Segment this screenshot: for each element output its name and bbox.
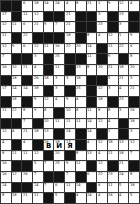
cell-number: 21	[23, 65, 28, 69]
cell-r12c13[interactable]: 18	[129, 119, 139, 129]
cell-number: 21	[87, 1, 92, 5]
cell-r15c12[interactable]: 18	[119, 151, 129, 161]
cell-r14c11[interactable]: 18	[108, 140, 118, 150]
cell-r7c6[interactable]: 11	[54, 65, 64, 75]
cell-r2c7[interactable]: 21	[65, 12, 75, 22]
cell-r18c10[interactable]: 6	[97, 183, 107, 193]
cell-r14c3[interactable]: 4	[22, 140, 32, 150]
cell-r7c11[interactable]: 21	[108, 65, 118, 75]
cell-r3c2[interactable]: 11	[12, 22, 22, 32]
cell-r10c10[interactable]: 18	[97, 97, 107, 107]
cell-r3c4[interactable]: 21	[33, 22, 43, 32]
cell-number: 5	[34, 161, 36, 165]
cell-r17c9[interactable]: 6	[87, 172, 97, 182]
cell-r5c7[interactable]: 22	[65, 44, 75, 54]
cell-number: 13	[87, 151, 92, 155]
cell-r8c4[interactable]: 26	[33, 76, 43, 86]
cell-number: 12	[34, 12, 39, 16]
cell-r19c1[interactable]: 8	[1, 193, 11, 203]
cell-r1c9[interactable]: 21	[87, 1, 97, 11]
cell-number: 26	[130, 108, 135, 112]
cell-number: 21	[44, 44, 49, 48]
cell-number: 18	[12, 76, 17, 80]
cell-number: 14	[87, 119, 92, 123]
cell-r19c13[interactable]: 5	[129, 193, 139, 203]
black-cell-r6c2	[12, 54, 22, 64]
cell-r6c9[interactable]: 11	[87, 54, 97, 64]
cell-r6c1[interactable]: 7	[1, 54, 11, 64]
cell-r18c12[interactable]: 5	[119, 183, 129, 193]
cell-r9c1[interactable]: 17	[1, 86, 11, 96]
black-cell-r2c5	[44, 12, 54, 22]
cell-number: 26	[108, 193, 113, 197]
cell-number: 22	[23, 33, 28, 37]
cell-r4c1[interactable]: 11	[1, 33, 11, 43]
cell-r1c11[interactable]: 9	[108, 1, 118, 11]
cell-r16c12[interactable]: 21	[119, 161, 129, 171]
black-cell-r2c11	[108, 12, 118, 22]
cell-number: 4	[76, 97, 78, 101]
cell-r7c2[interactable]: 10	[12, 65, 22, 75]
cell-r11c13[interactable]: 26	[129, 108, 139, 118]
cell-r14c1[interactable]: 4	[1, 140, 11, 150]
cell-number: 21	[23, 129, 28, 133]
cell-r7c13[interactable]: 20	[129, 65, 139, 75]
black-cell-r14c4	[33, 140, 43, 150]
cell-r13c1[interactable]: 12	[1, 129, 11, 139]
cell-r18c6[interactable]: 6	[54, 183, 64, 193]
cell-r9c11[interactable]: 3	[108, 86, 118, 96]
cell-r2c3[interactable]: 11	[22, 12, 32, 22]
cell-number: 8	[44, 108, 46, 112]
cell-r15c8[interactable]: 8	[76, 151, 86, 161]
cell-r15c10[interactable]: 4	[97, 151, 107, 161]
cell-r11c4[interactable]: 9	[33, 108, 43, 118]
cell-number: 11	[23, 151, 28, 155]
cell-r8c11[interactable]: 5	[108, 76, 118, 86]
cell-r9c13[interactable]: 21	[129, 86, 139, 96]
cell-r13c7[interactable]: 24	[65, 129, 75, 139]
cell-r11c5[interactable]: 8	[44, 108, 54, 118]
cell-r18c13[interactable]: 18	[129, 183, 139, 193]
cell-r16c8[interactable]: 11	[76, 161, 86, 171]
cell-number: 4	[66, 1, 68, 5]
black-cell-r6c12	[119, 54, 129, 64]
cell-number: 9	[44, 22, 46, 26]
cell-r3c1[interactable]: 12	[1, 22, 11, 32]
cell-number: 18	[44, 76, 49, 80]
cell-number: 3	[66, 76, 68, 80]
cell-r14c13[interactable]: 12	[129, 140, 139, 150]
cell-r7c4[interactable]: 4	[33, 65, 43, 75]
cell-number: 4	[130, 1, 132, 5]
cell-number: 22	[66, 44, 71, 48]
cell-r5c13[interactable]: 6	[129, 44, 139, 54]
cell-r4c11[interactable]: 12	[108, 33, 118, 43]
cell-number: 9	[34, 108, 36, 112]
cell-r15c6[interactable]: 20	[54, 151, 64, 161]
black-cell-r16c2	[12, 161, 22, 171]
cell-number: 18	[108, 140, 113, 144]
black-cell-r2c9	[87, 12, 97, 22]
given-letter: И	[54, 140, 64, 150]
cell-number: 8	[108, 108, 110, 112]
cell-r2c4[interactable]: 12	[33, 12, 43, 22]
black-cell-r3c11	[108, 22, 118, 32]
black-cell-r10c1	[1, 97, 11, 107]
cell-r5c11[interactable]: 11	[108, 44, 118, 54]
cell-r17c12[interactable]: 24	[119, 172, 129, 182]
cell-r9c6[interactable]: 3	[54, 86, 64, 96]
cell-r14c6[interactable]: 18И	[54, 140, 64, 150]
black-cell-r12c12	[119, 119, 129, 129]
cell-r10c8[interactable]: 4	[76, 97, 86, 107]
cell-r17c7[interactable]: 7	[65, 172, 75, 182]
cell-number: 3	[98, 12, 100, 16]
cell-r3c10[interactable]: 23	[97, 22, 107, 32]
cell-r4c10[interactable]: 4	[97, 33, 107, 43]
cell-r17c10[interactable]: 22	[97, 172, 107, 182]
cell-r7c8[interactable]: 13	[76, 65, 86, 75]
cell-number: 24	[119, 172, 124, 176]
cell-number: 11	[2, 33, 7, 37]
cell-r14c7[interactable]: 13Я	[65, 140, 75, 150]
cell-number: 8	[87, 65, 89, 69]
cell-r13c13[interactable]: 3	[129, 129, 139, 139]
cell-number: 12	[98, 161, 103, 165]
cell-number: 25	[55, 54, 60, 58]
cell-r19c2[interactable]: 18	[12, 193, 22, 203]
cell-number: 6	[98, 183, 100, 187]
cell-r6c6[interactable]: 25	[54, 54, 64, 64]
cell-r5c9[interactable]: 14	[87, 44, 97, 54]
cell-number: 12	[2, 129, 7, 133]
cell-number: 18	[119, 151, 124, 155]
cell-r7c3[interactable]: 21	[22, 65, 32, 75]
cell-r19c4[interactable]: 11	[33, 193, 43, 203]
cell-r9c4[interactable]: 18	[33, 86, 43, 96]
cell-r17c13[interactable]: 8	[129, 172, 139, 182]
cell-r5c3[interactable]: 6	[22, 44, 32, 54]
cell-number: 8	[76, 108, 78, 112]
cell-number: 21	[34, 22, 39, 26]
black-cell-r13c8	[76, 129, 86, 139]
cell-number: 14	[23, 86, 28, 90]
cell-number: 8	[130, 172, 132, 176]
cell-r7c1[interactable]: 16	[1, 65, 11, 75]
cell-r2c12[interactable]: 23	[119, 12, 129, 22]
cell-r2c10[interactable]: 3	[97, 12, 107, 22]
black-cell-r9c5	[44, 86, 54, 96]
black-cell-r12c4	[33, 119, 43, 129]
cell-r1c7[interactable]: 4	[65, 1, 75, 11]
cell-number: 11	[34, 193, 39, 197]
cell-r4c7[interactable]: 18	[65, 33, 75, 43]
cell-number: 5	[119, 183, 121, 187]
cell-number: 20	[130, 65, 135, 69]
cell-r18c4[interactable]: 24	[33, 183, 43, 193]
black-cell-r19c7	[65, 193, 75, 203]
cell-r9c2[interactable]: 14	[12, 86, 22, 96]
black-cell-r6c5	[44, 54, 54, 64]
cell-r14c10[interactable]: 12	[97, 140, 107, 150]
cell-r11c2[interactable]: 22	[12, 108, 22, 118]
cell-r15c13[interactable]: 7	[129, 151, 139, 161]
cell-number: 7	[44, 183, 46, 187]
cell-r13c5[interactable]: 13	[44, 129, 54, 139]
cell-r10c2[interactable]: 18	[12, 97, 22, 107]
cell-r10c4[interactable]: 9	[33, 97, 43, 107]
cell-number: 20	[55, 151, 60, 155]
cell-r12c8[interactable]: 11	[76, 119, 86, 129]
cell-r4c13[interactable]: 9	[129, 33, 139, 43]
cell-r10c5[interactable]: 12	[44, 97, 54, 107]
cell-r19c6[interactable]: 5	[54, 193, 64, 203]
cell-r11c11[interactable]: 8	[108, 108, 118, 118]
black-cell-r3c8	[76, 22, 86, 32]
cell-r12c9[interactable]: 14	[87, 119, 97, 129]
black-cell-r10c3	[22, 97, 32, 107]
cell-number: 25	[55, 161, 60, 165]
cell-number: 18	[12, 97, 17, 101]
cell-r10c6[interactable]: 4	[54, 97, 64, 107]
cell-number: 18	[76, 76, 81, 80]
cell-r19c10[interactable]: 4	[97, 193, 107, 203]
cell-r5c12[interactable]: 22	[119, 44, 129, 54]
cell-number: 4	[119, 193, 121, 197]
cell-r11c1[interactable]: 11	[1, 108, 11, 118]
cell-r14c9[interactable]: 4	[87, 140, 97, 150]
black-cell-r8c3	[22, 76, 32, 86]
cell-r8c6[interactable]: 3	[54, 76, 64, 86]
cell-r8c12[interactable]: 21	[119, 76, 129, 86]
cell-number: 11	[108, 44, 113, 48]
cell-number: 21	[23, 193, 28, 197]
cell-number: 8	[2, 193, 4, 197]
cell-r3c7[interactable]: 21	[65, 22, 75, 32]
cell-r14c12[interactable]: 13	[119, 140, 129, 150]
cell-r1c5[interactable]: 14	[44, 1, 54, 11]
black-cell-r6c3	[22, 54, 32, 64]
cell-r6c4[interactable]: 3	[33, 54, 43, 64]
cell-number: 11	[2, 108, 7, 112]
cell-number: 21	[66, 22, 71, 26]
cell-r4c9[interactable]: 8	[87, 33, 97, 43]
cell-r3c12[interactable]: 3	[119, 22, 129, 32]
cell-r12c3[interactable]: 7	[22, 119, 32, 129]
cell-r5c8[interactable]: 20	[76, 44, 86, 54]
cell-r8c13[interactable]: 3	[129, 76, 139, 86]
black-cell-r4c8	[76, 33, 86, 43]
cell-number: 22	[98, 172, 103, 176]
cell-r14c5[interactable]: 26В	[44, 140, 54, 150]
cell-r12c7[interactable]: 21	[65, 119, 75, 129]
cell-number: 4	[34, 65, 36, 69]
cell-r11c12[interactable]: 3	[119, 108, 129, 118]
cell-number: 4	[12, 129, 14, 133]
cell-number: 22	[34, 44, 39, 48]
cell-r12c6[interactable]: 11	[54, 119, 64, 129]
cell-r11c7[interactable]: 10	[65, 108, 75, 118]
cell-number: 14	[12, 86, 17, 90]
cell-number: 18	[98, 97, 103, 101]
cell-r10c7[interactable]: 9	[65, 97, 75, 107]
cell-r3c6[interactable]: 7	[54, 22, 64, 32]
cell-r15c9[interactable]: 13	[87, 151, 97, 161]
cell-r15c4[interactable]: 12	[33, 151, 43, 161]
black-cell-r15c7	[65, 151, 75, 161]
cell-r19c12[interactable]: 4	[119, 193, 129, 203]
cell-r5c6[interactable]: 16	[54, 44, 64, 54]
cell-r13c4[interactable]: 18	[33, 129, 43, 139]
cell-number: 17	[2, 12, 7, 16]
cell-r7c9[interactable]: 8	[87, 65, 97, 75]
cell-r5c4[interactable]: 22	[33, 44, 43, 54]
cell-number: 9	[108, 1, 110, 5]
cell-r18c7[interactable]: 11	[65, 183, 75, 193]
cell-number: 12	[119, 1, 124, 5]
black-cell-r8c1	[1, 76, 11, 86]
cell-r5c1[interactable]: 12	[1, 44, 11, 54]
cell-r9c8[interactable]: 25	[76, 86, 86, 96]
cell-r11c8[interactable]: 8	[76, 108, 86, 118]
cell-number: 20	[44, 119, 49, 123]
cell-r8c2[interactable]: 18	[12, 76, 22, 86]
cell-r10c12[interactable]: 23	[119, 97, 129, 107]
cell-r19c8[interactable]: 4	[76, 193, 86, 203]
cell-number: 14	[87, 129, 92, 133]
cell-r12c5[interactable]: 20	[44, 119, 54, 129]
cell-r15c1[interactable]: 8	[1, 151, 11, 161]
cell-r19c9[interactable]: 24	[87, 193, 97, 203]
cell-r8c7[interactable]: 3	[65, 76, 75, 86]
black-cell-r2c6	[54, 12, 64, 22]
black-cell-r2c2	[12, 12, 22, 22]
cell-r1c3[interactable]: 6	[22, 1, 32, 11]
cell-r17c3[interactable]: 26	[22, 172, 32, 182]
cell-number: 12	[98, 140, 103, 144]
cell-r13c11[interactable]: 2	[108, 129, 118, 139]
cell-number: 13	[119, 140, 124, 144]
cell-r4c12[interactable]: 1	[119, 33, 129, 43]
cell-number: 4	[23, 140, 25, 144]
black-cell-r9c7	[65, 86, 75, 96]
cell-number: 11	[66, 183, 71, 187]
cell-r6c11[interactable]: 9	[108, 54, 118, 64]
cell-r17c11[interactable]: 23	[108, 172, 118, 182]
cell-r18c1[interactable]: 24	[1, 183, 11, 193]
cell-r18c11[interactable]: 11	[108, 183, 118, 193]
cell-r17c1[interactable]: 16	[1, 172, 11, 182]
cell-number: 4	[76, 193, 78, 197]
black-cell-r6c7	[65, 54, 75, 64]
cell-r1c10[interactable]: 1	[97, 1, 107, 11]
cell-r1c13[interactable]: 4	[129, 1, 139, 11]
cell-r3c5[interactable]: 9	[44, 22, 54, 32]
cell-r1c6[interactable]: 24	[54, 1, 64, 11]
cell-number: 4	[119, 86, 121, 90]
cell-r15c11[interactable]: 21	[108, 151, 118, 161]
cell-r12c10[interactable]: 22	[97, 119, 107, 129]
cell-number: 8	[98, 108, 100, 112]
cell-r18c8[interactable]: 24	[76, 183, 86, 193]
cell-r2c1[interactable]: 17	[1, 12, 11, 22]
cell-number: 20	[98, 65, 103, 69]
cell-r15c3[interactable]: 11	[22, 151, 32, 161]
cell-r15c2[interactable]: 21	[12, 151, 22, 161]
cell-r13c9[interactable]: 14	[87, 129, 97, 139]
cell-r6c13[interactable]: 8	[129, 54, 139, 64]
cell-r19c3[interactable]: 21	[22, 193, 32, 203]
cell-r16c6[interactable]: 25	[54, 161, 64, 171]
cell-number: 8	[87, 33, 89, 37]
cell-number: 6	[130, 44, 132, 48]
cell-r8c8[interactable]: 18	[76, 76, 86, 86]
black-cell-r16c3	[22, 161, 32, 171]
cell-r4c3[interactable]: 22	[22, 33, 32, 43]
cell-number: 9	[66, 161, 68, 165]
cell-number: 12	[12, 172, 17, 176]
cell-r12c11[interactable]: 4	[108, 119, 118, 129]
cell-r7c12[interactable]: 18	[119, 65, 129, 75]
cell-r18c5[interactable]: 7	[44, 183, 54, 193]
cell-r17c2[interactable]: 12	[12, 172, 22, 182]
cell-r16c5[interactable]: 7	[44, 161, 54, 171]
cell-r9c10[interactable]: 12	[97, 86, 107, 96]
cell-r16c7[interactable]: 9	[65, 161, 75, 171]
cell-r13c3[interactable]: 21	[22, 129, 32, 139]
cell-r11c3[interactable]: 8	[22, 108, 32, 118]
black-cell-r8c10	[97, 76, 107, 86]
cell-r9c12[interactable]: 4	[119, 86, 129, 96]
cell-number: 18	[34, 129, 39, 133]
cell-r17c4[interactable]: 7	[33, 172, 43, 182]
cell-number: 8	[76, 151, 78, 155]
cell-number: 18	[130, 183, 135, 187]
cell-r7c10[interactable]: 20	[97, 65, 107, 75]
black-cell-r8c9	[87, 76, 97, 86]
cell-r9c3[interactable]: 14	[22, 86, 32, 96]
black-cell-r1c2	[12, 1, 22, 11]
cell-r1c8[interactable]: 8	[76, 1, 86, 11]
cell-number: 24	[66, 129, 71, 133]
cell-number: 18	[34, 1, 39, 5]
cell-r11c10[interactable]: 8	[97, 108, 107, 118]
cell-r5c2[interactable]: 9	[12, 44, 22, 54]
cell-number: 11	[108, 183, 113, 187]
black-cell-r6c10	[97, 54, 107, 64]
cell-r16c1[interactable]: 16	[1, 161, 11, 171]
cell-r11c9[interactable]: 11	[87, 108, 97, 118]
cell-number: 11	[76, 161, 81, 165]
cell-number: 12	[34, 151, 39, 155]
cell-number: 22	[12, 108, 17, 112]
cell-r8c5[interactable]: 18	[44, 76, 54, 86]
cell-r1c4[interactable]: 18	[33, 1, 43, 11]
cell-r19c11[interactable]: 26	[108, 193, 118, 203]
cell-r1c12[interactable]: 12	[119, 1, 129, 11]
cell-r16c10[interactable]: 12	[97, 161, 107, 171]
cell-r13c2[interactable]: 4	[12, 129, 22, 139]
cell-r5c5[interactable]: 21	[44, 44, 54, 54]
cell-r16c4[interactable]: 5	[33, 161, 43, 171]
cell-number: 12	[2, 22, 7, 26]
cell-number: 21	[66, 12, 71, 16]
cell-r3c3[interactable]: 6	[22, 22, 32, 32]
black-cell-r7c7	[65, 65, 75, 75]
cell-number: 7	[44, 161, 46, 165]
cell-number: 3	[119, 108, 121, 112]
